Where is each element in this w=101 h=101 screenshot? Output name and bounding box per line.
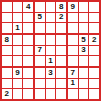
sudoku-board: 41852987152392371 bbox=[0, 0, 101, 101]
cell-r5c9[interactable] bbox=[89, 46, 99, 56]
cell-r3c2[interactable]: 1 bbox=[13, 23, 23, 33]
cell-r5c7[interactable] bbox=[68, 46, 78, 56]
cell-r5c1[interactable] bbox=[2, 46, 12, 56]
cell-r9c6[interactable] bbox=[56, 89, 66, 99]
cell-r3c3[interactable] bbox=[23, 23, 33, 33]
cell-r3c5[interactable] bbox=[46, 23, 56, 33]
cell-r1c2[interactable] bbox=[13, 2, 23, 12]
cell-r4c6[interactable] bbox=[56, 35, 66, 45]
cell-r6c3[interactable] bbox=[23, 56, 33, 66]
cell-r7c7[interactable]: 7 bbox=[68, 68, 78, 78]
cell-r4c7[interactable] bbox=[68, 35, 78, 45]
box-5: 71 bbox=[35, 35, 66, 66]
cell-r9c3[interactable] bbox=[23, 89, 33, 99]
cell-r3c4[interactable] bbox=[35, 23, 45, 33]
cell-r2c4[interactable]: 5 bbox=[35, 13, 45, 23]
cell-r7c8[interactable] bbox=[79, 68, 89, 78]
cell-r5c4[interactable]: 7 bbox=[35, 46, 45, 56]
box-8: 3 bbox=[35, 68, 66, 99]
cell-r1c9[interactable] bbox=[89, 2, 99, 12]
cell-r5c8[interactable]: 3 bbox=[79, 46, 89, 56]
cell-r6c2[interactable] bbox=[13, 56, 23, 66]
cell-r3c7[interactable] bbox=[68, 23, 78, 33]
cell-r1c1[interactable] bbox=[2, 2, 12, 12]
cell-r5c5[interactable] bbox=[46, 46, 56, 56]
cell-r3c9[interactable] bbox=[89, 23, 99, 33]
box-4: 8 bbox=[2, 35, 33, 66]
cell-r2c6[interactable]: 2 bbox=[56, 13, 66, 23]
cell-r1c7[interactable]: 9 bbox=[68, 2, 78, 12]
cell-r6c7[interactable] bbox=[68, 56, 78, 66]
cell-r9c2[interactable] bbox=[13, 89, 23, 99]
cell-r2c9[interactable] bbox=[89, 13, 99, 23]
cell-r2c1[interactable] bbox=[2, 13, 12, 23]
cell-r1c6[interactable]: 8 bbox=[56, 2, 66, 12]
box-1: 41 bbox=[2, 2, 33, 33]
cell-r9c8[interactable] bbox=[79, 89, 89, 99]
cell-r7c2[interactable]: 9 bbox=[13, 68, 23, 78]
cell-r2c7[interactable] bbox=[68, 13, 78, 23]
cell-r3c6[interactable] bbox=[56, 23, 66, 33]
box-3: 9 bbox=[68, 2, 99, 33]
cell-r7c4[interactable] bbox=[35, 68, 45, 78]
cell-r1c3[interactable]: 4 bbox=[23, 2, 33, 12]
cell-r1c4[interactable] bbox=[35, 2, 45, 12]
box-6: 523 bbox=[68, 35, 99, 66]
cell-r4c1[interactable]: 8 bbox=[2, 35, 12, 45]
cell-r9c9[interactable] bbox=[89, 89, 99, 99]
cell-r2c8[interactable] bbox=[79, 13, 89, 23]
box-2: 852 bbox=[35, 2, 66, 33]
cell-r4c4[interactable] bbox=[35, 35, 45, 45]
cell-r9c5[interactable] bbox=[46, 89, 56, 99]
cell-r3c8[interactable] bbox=[79, 23, 89, 33]
cell-r2c2[interactable] bbox=[13, 13, 23, 23]
cell-r3c1[interactable] bbox=[2, 23, 12, 33]
cell-r8c3[interactable] bbox=[23, 79, 33, 89]
box-7: 92 bbox=[2, 68, 33, 99]
cell-r4c8[interactable]: 5 bbox=[79, 35, 89, 45]
cell-r4c9[interactable]: 2 bbox=[89, 35, 99, 45]
cell-r2c5[interactable] bbox=[46, 13, 56, 23]
cell-r6c9[interactable] bbox=[89, 56, 99, 66]
cell-r9c1[interactable]: 2 bbox=[2, 89, 12, 99]
box-9: 71 bbox=[68, 68, 99, 99]
cell-r8c7[interactable]: 1 bbox=[68, 79, 78, 89]
cell-r6c6[interactable] bbox=[56, 56, 66, 66]
cell-r9c4[interactable] bbox=[35, 89, 45, 99]
cell-r8c2[interactable] bbox=[13, 79, 23, 89]
cell-r9c7[interactable] bbox=[68, 89, 78, 99]
cell-r7c3[interactable] bbox=[23, 68, 33, 78]
cell-r6c4[interactable] bbox=[35, 56, 45, 66]
cell-r8c9[interactable] bbox=[89, 79, 99, 89]
cell-r8c6[interactable] bbox=[56, 79, 66, 89]
cell-r5c6[interactable] bbox=[56, 46, 66, 56]
cell-r4c3[interactable] bbox=[23, 35, 33, 45]
cell-r6c8[interactable] bbox=[79, 56, 89, 66]
cell-r7c9[interactable] bbox=[89, 68, 99, 78]
cell-r1c5[interactable] bbox=[46, 2, 56, 12]
cell-r5c2[interactable] bbox=[13, 46, 23, 56]
cell-r7c5[interactable]: 3 bbox=[46, 68, 56, 78]
cell-r4c2[interactable] bbox=[13, 35, 23, 45]
cell-r2c3[interactable] bbox=[23, 13, 33, 23]
cell-r8c1[interactable] bbox=[2, 79, 12, 89]
cell-r8c8[interactable] bbox=[79, 79, 89, 89]
cell-r8c4[interactable] bbox=[35, 79, 45, 89]
cell-r8c5[interactable] bbox=[46, 79, 56, 89]
cell-r7c6[interactable] bbox=[56, 68, 66, 78]
cell-r1c8[interactable] bbox=[79, 2, 89, 12]
cell-r6c5[interactable]: 1 bbox=[46, 56, 56, 66]
cell-r4c5[interactable] bbox=[46, 35, 56, 45]
cell-r6c1[interactable] bbox=[2, 56, 12, 66]
cell-r7c1[interactable] bbox=[2, 68, 12, 78]
cell-r5c3[interactable] bbox=[23, 46, 33, 56]
